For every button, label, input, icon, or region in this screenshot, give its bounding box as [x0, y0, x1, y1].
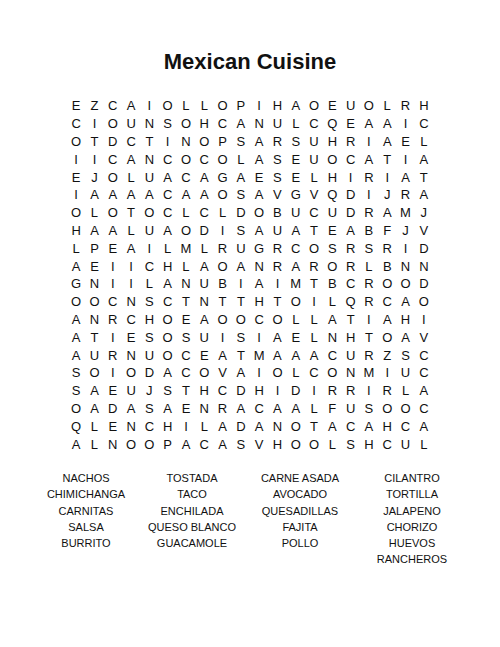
grid-cell[interactable]: I: [360, 382, 378, 400]
grid-cell[interactable]: B: [268, 204, 286, 222]
grid-cell[interactable]: T: [232, 293, 250, 311]
grid-cell[interactable]: A: [122, 186, 140, 204]
grid-cell[interactable]: S: [396, 346, 414, 364]
grid-cell[interactable]: O: [195, 364, 213, 382]
grid-cell[interactable]: A: [159, 168, 177, 186]
grid-cell[interactable]: S: [232, 186, 250, 204]
grid-cell[interactable]: A: [360, 115, 378, 133]
grid-cell[interactable]: R: [341, 133, 359, 151]
grid-cell[interactable]: A: [360, 150, 378, 168]
grid-cell[interactable]: C: [104, 150, 122, 168]
grid-cell[interactable]: S: [268, 168, 286, 186]
grid-cell[interactable]: U: [305, 133, 323, 151]
grid-cell[interactable]: O: [323, 150, 341, 168]
grid-cell[interactable]: R: [341, 257, 359, 275]
grid-cell[interactable]: R: [213, 400, 231, 418]
grid-cell[interactable]: G: [67, 275, 85, 293]
grid-cell[interactable]: I: [232, 275, 250, 293]
grid-cell[interactable]: O: [360, 97, 378, 115]
grid-cell[interactable]: L: [415, 133, 433, 151]
grid-cell[interactable]: O: [305, 97, 323, 115]
grid-cell[interactable]: A: [250, 417, 268, 435]
grid-cell[interactable]: C: [415, 346, 433, 364]
grid-cell[interactable]: E: [396, 133, 414, 151]
grid-cell[interactable]: O: [67, 400, 85, 418]
grid-cell[interactable]: I: [159, 133, 177, 151]
grid-cell[interactable]: L: [287, 115, 305, 133]
grid-cell[interactable]: S: [268, 150, 286, 168]
grid-cell[interactable]: V: [305, 186, 323, 204]
grid-cell[interactable]: O: [122, 364, 140, 382]
grid-cell[interactable]: R: [268, 239, 286, 257]
grid-cell[interactable]: O: [85, 293, 103, 311]
grid-cell[interactable]: R: [104, 311, 122, 329]
grid-cell[interactable]: D: [341, 204, 359, 222]
grid-cell[interactable]: O: [104, 168, 122, 186]
grid-cell[interactable]: D: [232, 204, 250, 222]
grid-cell[interactable]: L: [159, 239, 177, 257]
grid-cell[interactable]: U: [396, 435, 414, 453]
grid-cell[interactable]: I: [85, 150, 103, 168]
grid-cell[interactable]: H: [323, 168, 341, 186]
grid-cell[interactable]: A: [195, 311, 213, 329]
grid-cell[interactable]: A: [85, 382, 103, 400]
grid-cell[interactable]: O: [415, 293, 433, 311]
grid-cell[interactable]: I: [140, 239, 158, 257]
grid-cell[interactable]: A: [122, 150, 140, 168]
grid-cell[interactable]: C: [287, 239, 305, 257]
grid-cell[interactable]: A: [85, 186, 103, 204]
grid-cell[interactable]: N: [122, 346, 140, 364]
grid-cell[interactable]: O: [305, 239, 323, 257]
grid-cell[interactable]: I: [415, 311, 433, 329]
grid-cell[interactable]: U: [140, 168, 158, 186]
grid-cell[interactable]: P: [232, 97, 250, 115]
grid-cell[interactable]: E: [177, 311, 195, 329]
grid-cell[interactable]: T: [140, 133, 158, 151]
grid-cell[interactable]: B: [378, 257, 396, 275]
grid-cell[interactable]: S: [341, 435, 359, 453]
grid-cell[interactable]: A: [415, 186, 433, 204]
grid-cell[interactable]: N: [177, 275, 195, 293]
grid-cell[interactable]: E: [195, 346, 213, 364]
grid-cell[interactable]: S: [67, 382, 85, 400]
grid-cell[interactable]: A: [159, 222, 177, 240]
grid-cell[interactable]: L: [396, 382, 414, 400]
grid-cell[interactable]: T: [378, 150, 396, 168]
grid-cell[interactable]: N: [85, 311, 103, 329]
grid-cell[interactable]: I: [396, 150, 414, 168]
grid-cell[interactable]: I: [341, 168, 359, 186]
grid-cell[interactable]: L: [195, 239, 213, 257]
grid-cell[interactable]: U: [140, 346, 158, 364]
grid-cell[interactable]: E: [250, 168, 268, 186]
grid-cell[interactable]: L: [195, 97, 213, 115]
grid-cell[interactable]: T: [415, 168, 433, 186]
grid-cell[interactable]: I: [360, 311, 378, 329]
grid-cell[interactable]: V: [415, 222, 433, 240]
grid-cell[interactable]: H: [140, 311, 158, 329]
grid-cell[interactable]: C: [177, 168, 195, 186]
grid-cell[interactable]: R: [396, 97, 414, 115]
grid-cell[interactable]: I: [85, 115, 103, 133]
grid-cell[interactable]: N: [122, 293, 140, 311]
grid-cell[interactable]: O: [287, 293, 305, 311]
grid-cell[interactable]: C: [341, 417, 359, 435]
grid-cell[interactable]: D: [195, 222, 213, 240]
grid-cell[interactable]: N: [323, 328, 341, 346]
grid-cell[interactable]: O: [323, 257, 341, 275]
grid-cell[interactable]: S: [232, 133, 250, 151]
grid-cell[interactable]: A: [305, 346, 323, 364]
grid-cell[interactable]: A: [67, 328, 85, 346]
grid-cell[interactable]: A: [250, 222, 268, 240]
grid-cell[interactable]: O: [195, 133, 213, 151]
grid-cell[interactable]: U: [396, 364, 414, 382]
grid-cell[interactable]: H: [415, 97, 433, 115]
grid-cell[interactable]: L: [232, 150, 250, 168]
grid-cell[interactable]: N: [177, 133, 195, 151]
grid-cell[interactable]: L: [122, 222, 140, 240]
grid-cell[interactable]: C: [140, 257, 158, 275]
grid-cell[interactable]: A: [232, 400, 250, 418]
grid-cell[interactable]: R: [378, 239, 396, 257]
grid-cell[interactable]: L: [122, 168, 140, 186]
grid-cell[interactable]: T: [213, 293, 231, 311]
grid-cell[interactable]: A: [140, 186, 158, 204]
grid-cell[interactable]: O: [159, 97, 177, 115]
grid-cell[interactable]: U: [287, 204, 305, 222]
grid-cell[interactable]: O: [378, 400, 396, 418]
grid-cell[interactable]: S: [232, 222, 250, 240]
grid-cell[interactable]: O: [305, 435, 323, 453]
grid-cell[interactable]: B: [213, 275, 231, 293]
grid-cell[interactable]: A: [287, 400, 305, 418]
grid-cell[interactable]: A: [159, 275, 177, 293]
grid-cell[interactable]: A: [232, 168, 250, 186]
grid-cell[interactable]: R: [268, 257, 286, 275]
grid-cell[interactable]: I: [213, 328, 231, 346]
grid-cell[interactable]: C: [104, 293, 122, 311]
grid-cell[interactable]: O: [213, 150, 231, 168]
grid-cell[interactable]: A: [213, 417, 231, 435]
grid-cell[interactable]: D: [341, 186, 359, 204]
grid-cell[interactable]: C: [415, 364, 433, 382]
grid-cell[interactable]: I: [378, 364, 396, 382]
grid-cell[interactable]: A: [104, 222, 122, 240]
grid-cell[interactable]: N: [415, 257, 433, 275]
grid-cell[interactable]: J: [396, 222, 414, 240]
grid-cell[interactable]: A: [268, 400, 286, 418]
grid-cell[interactable]: O: [213, 97, 231, 115]
grid-cell[interactable]: C: [140, 417, 158, 435]
grid-cell[interactable]: A: [177, 186, 195, 204]
grid-cell[interactable]: I: [250, 364, 268, 382]
grid-cell[interactable]: S: [140, 328, 158, 346]
grid-cell[interactable]: C: [159, 204, 177, 222]
grid-cell[interactable]: P: [159, 435, 177, 453]
grid-cell[interactable]: I: [305, 382, 323, 400]
grid-cell[interactable]: V: [268, 186, 286, 204]
grid-cell[interactable]: D: [140, 364, 158, 382]
grid-cell[interactable]: J: [378, 186, 396, 204]
grid-cell[interactable]: C: [159, 293, 177, 311]
grid-cell[interactable]: F: [378, 222, 396, 240]
grid-cell[interactable]: O: [122, 435, 140, 453]
grid-cell[interactable]: A: [159, 400, 177, 418]
grid-cell[interactable]: C: [250, 400, 268, 418]
grid-cell[interactable]: A: [268, 346, 286, 364]
grid-cell[interactable]: M: [396, 204, 414, 222]
grid-cell[interactable]: R: [268, 133, 286, 151]
grid-cell[interactable]: I: [268, 382, 286, 400]
grid-cell[interactable]: T: [85, 328, 103, 346]
grid-cell[interactable]: F: [323, 400, 341, 418]
grid-cell[interactable]: I: [360, 133, 378, 151]
grid-cell[interactable]: R: [323, 382, 341, 400]
grid-cell[interactable]: I: [140, 97, 158, 115]
grid-cell[interactable]: I: [104, 364, 122, 382]
grid-cell[interactable]: H: [360, 435, 378, 453]
grid-cell[interactable]: L: [305, 168, 323, 186]
grid-cell[interactable]: U: [341, 400, 359, 418]
grid-cell[interactable]: E: [85, 257, 103, 275]
grid-cell[interactable]: D: [232, 382, 250, 400]
grid-cell[interactable]: R: [305, 257, 323, 275]
grid-cell[interactable]: N: [268, 417, 286, 435]
grid-cell[interactable]: A: [85, 222, 103, 240]
grid-cell[interactable]: I: [268, 275, 286, 293]
grid-cell[interactable]: A: [232, 115, 250, 133]
grid-cell[interactable]: O: [177, 150, 195, 168]
grid-cell[interactable]: R: [360, 168, 378, 186]
grid-cell[interactable]: L: [305, 328, 323, 346]
grid-cell[interactable]: C: [323, 346, 341, 364]
grid-cell[interactable]: T: [232, 346, 250, 364]
grid-cell[interactable]: S: [140, 293, 158, 311]
grid-cell[interactable]: I: [67, 150, 85, 168]
grid-cell[interactable]: N: [341, 364, 359, 382]
grid-cell[interactable]: M: [360, 364, 378, 382]
grid-cell[interactable]: A: [268, 328, 286, 346]
grid-cell[interactable]: U: [268, 115, 286, 133]
grid-cell[interactable]: A: [195, 168, 213, 186]
grid-cell[interactable]: D: [104, 133, 122, 151]
grid-cell[interactable]: T: [85, 133, 103, 151]
grid-cell[interactable]: C: [415, 115, 433, 133]
grid-cell[interactable]: A: [213, 346, 231, 364]
grid-cell[interactable]: T: [177, 293, 195, 311]
grid-cell[interactable]: O: [287, 435, 305, 453]
grid-cell[interactable]: R: [104, 346, 122, 364]
grid-cell[interactable]: C: [159, 150, 177, 168]
grid-cell[interactable]: L: [287, 364, 305, 382]
grid-cell[interactable]: C: [177, 364, 195, 382]
grid-cell[interactable]: O: [268, 311, 286, 329]
grid-cell[interactable]: H: [378, 417, 396, 435]
grid-cell[interactable]: A: [67, 435, 85, 453]
grid-cell[interactable]: A: [250, 275, 268, 293]
grid-cell[interactable]: E: [287, 328, 305, 346]
grid-cell[interactable]: H: [67, 222, 85, 240]
grid-cell[interactable]: V: [415, 328, 433, 346]
grid-cell[interactable]: S: [159, 382, 177, 400]
grid-cell[interactable]: I: [305, 293, 323, 311]
grid-cell[interactable]: A: [250, 186, 268, 204]
grid-cell[interactable]: O: [67, 293, 85, 311]
grid-cell[interactable]: E: [287, 168, 305, 186]
grid-cell[interactable]: R: [396, 186, 414, 204]
grid-cell[interactable]: A: [287, 346, 305, 364]
grid-cell[interactable]: D: [287, 382, 305, 400]
grid-cell[interactable]: H: [159, 257, 177, 275]
grid-cell[interactable]: L: [305, 400, 323, 418]
grid-cell[interactable]: M: [287, 275, 305, 293]
grid-cell[interactable]: C: [122, 133, 140, 151]
grid-cell[interactable]: S: [323, 239, 341, 257]
grid-cell[interactable]: A: [360, 417, 378, 435]
grid-cell[interactable]: E: [323, 97, 341, 115]
grid-cell[interactable]: O: [67, 133, 85, 151]
grid-cell[interactable]: C: [378, 293, 396, 311]
grid-cell[interactable]: R: [378, 382, 396, 400]
grid-cell[interactable]: L: [177, 204, 195, 222]
grid-cell[interactable]: A: [195, 186, 213, 204]
grid-cell[interactable]: A: [378, 311, 396, 329]
grid-cell[interactable]: E: [341, 115, 359, 133]
grid-cell[interactable]: Z: [378, 346, 396, 364]
grid-cell[interactable]: I: [104, 328, 122, 346]
grid-cell[interactable]: L: [177, 97, 195, 115]
grid-cell[interactable]: C: [195, 150, 213, 168]
grid-cell[interactable]: O: [268, 364, 286, 382]
grid-cell[interactable]: A: [195, 257, 213, 275]
grid-cell[interactable]: C: [305, 204, 323, 222]
grid-cell[interactable]: C: [67, 115, 85, 133]
grid-cell[interactable]: C: [177, 346, 195, 364]
grid-cell[interactable]: N: [195, 293, 213, 311]
grid-cell[interactable]: A: [378, 115, 396, 133]
grid-cell[interactable]: C: [341, 150, 359, 168]
grid-cell[interactable]: A: [396, 328, 414, 346]
grid-cell[interactable]: A: [378, 133, 396, 151]
grid-cell[interactable]: O: [159, 346, 177, 364]
grid-cell[interactable]: N: [396, 257, 414, 275]
grid-cell[interactable]: G: [213, 168, 231, 186]
grid-cell[interactable]: I: [396, 115, 414, 133]
grid-cell[interactable]: A: [67, 346, 85, 364]
grid-cell[interactable]: S: [360, 239, 378, 257]
grid-cell[interactable]: N: [250, 115, 268, 133]
grid-cell[interactable]: I: [378, 168, 396, 186]
grid-cell[interactable]: R: [213, 239, 231, 257]
grid-cell[interactable]: T: [360, 328, 378, 346]
grid-cell[interactable]: H: [396, 311, 414, 329]
grid-cell[interactable]: A: [104, 186, 122, 204]
grid-cell[interactable]: C: [195, 204, 213, 222]
grid-cell[interactable]: A: [122, 97, 140, 115]
grid-cell[interactable]: C: [305, 364, 323, 382]
grid-cell[interactable]: O: [287, 417, 305, 435]
grid-cell[interactable]: A: [287, 222, 305, 240]
grid-cell[interactable]: B: [360, 222, 378, 240]
grid-cell[interactable]: O: [104, 115, 122, 133]
grid-cell[interactable]: C: [213, 382, 231, 400]
grid-cell[interactable]: I: [213, 222, 231, 240]
grid-cell[interactable]: U: [122, 382, 140, 400]
grid-cell[interactable]: E: [323, 222, 341, 240]
grid-cell[interactable]: N: [250, 257, 268, 275]
grid-cell[interactable]: T: [305, 275, 323, 293]
grid-cell[interactable]: L: [323, 435, 341, 453]
grid-cell[interactable]: E: [104, 239, 122, 257]
grid-cell[interactable]: R: [341, 239, 359, 257]
grid-cell[interactable]: H: [268, 97, 286, 115]
grid-cell[interactable]: Q: [341, 293, 359, 311]
grid-cell[interactable]: I: [250, 97, 268, 115]
grid-cell[interactable]: U: [195, 275, 213, 293]
grid-cell[interactable]: L: [177, 257, 195, 275]
grid-cell[interactable]: B: [323, 275, 341, 293]
grid-cell[interactable]: L: [287, 311, 305, 329]
grid-cell[interactable]: N: [104, 435, 122, 453]
grid-cell[interactable]: S: [287, 133, 305, 151]
grid-cell[interactable]: S: [159, 115, 177, 133]
grid-cell[interactable]: A: [250, 150, 268, 168]
grid-cell[interactable]: J: [85, 168, 103, 186]
grid-cell[interactable]: A: [287, 257, 305, 275]
grid-cell[interactable]: T: [305, 417, 323, 435]
grid-cell[interactable]: G: [287, 186, 305, 204]
grid-cell[interactable]: C: [341, 275, 359, 293]
grid-cell[interactable]: R: [360, 293, 378, 311]
grid-cell[interactable]: H: [250, 382, 268, 400]
grid-cell[interactable]: C: [378, 435, 396, 453]
grid-cell[interactable]: I: [104, 275, 122, 293]
grid-cell[interactable]: L: [67, 239, 85, 257]
grid-cell[interactable]: A: [232, 257, 250, 275]
grid-cell[interactable]: L: [85, 417, 103, 435]
grid-cell[interactable]: H: [268, 435, 286, 453]
grid-cell[interactable]: O: [85, 364, 103, 382]
grid-cell[interactable]: S: [177, 328, 195, 346]
grid-cell[interactable]: A: [213, 435, 231, 453]
grid-cell[interactable]: D: [104, 400, 122, 418]
grid-cell[interactable]: H: [195, 382, 213, 400]
grid-cell[interactable]: S: [232, 435, 250, 453]
grid-cell[interactable]: L: [213, 204, 231, 222]
grid-cell[interactable]: S: [140, 400, 158, 418]
grid-cell[interactable]: L: [323, 293, 341, 311]
grid-cell[interactable]: E: [67, 97, 85, 115]
grid-cell[interactable]: R: [360, 204, 378, 222]
grid-cell[interactable]: J: [140, 382, 158, 400]
grid-cell[interactable]: C: [104, 97, 122, 115]
grid-cell[interactable]: A: [415, 417, 433, 435]
grid-cell[interactable]: E: [67, 168, 85, 186]
grid-cell[interactable]: C: [159, 186, 177, 204]
grid-cell[interactable]: A: [378, 204, 396, 222]
grid-cell[interactable]: C: [213, 115, 231, 133]
grid-cell[interactable]: U: [122, 115, 140, 133]
grid-cell[interactable]: L: [378, 97, 396, 115]
grid-cell[interactable]: L: [85, 435, 103, 453]
grid-cell[interactable]: U: [341, 97, 359, 115]
grid-cell[interactable]: I: [360, 186, 378, 204]
grid-cell[interactable]: O: [232, 311, 250, 329]
grid-cell[interactable]: T: [122, 204, 140, 222]
grid-cell[interactable]: H: [323, 133, 341, 151]
